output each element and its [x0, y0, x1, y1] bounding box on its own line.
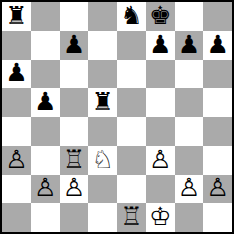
square-d2[interactable] — [88, 175, 117, 204]
square-h8[interactable] — [203, 2, 232, 31]
square-f2[interactable] — [146, 175, 175, 204]
square-g5[interactable] — [175, 88, 204, 117]
square-e7[interactable] — [117, 31, 146, 60]
square-e3[interactable] — [117, 146, 146, 175]
square-c8[interactable] — [60, 2, 89, 31]
square-d6[interactable] — [88, 60, 117, 89]
piece-br: ♜ — [5, 3, 27, 28]
square-f8[interactable]: ♚ — [146, 2, 175, 31]
piece-bp: ♟ — [178, 32, 200, 57]
square-g7[interactable]: ♟ — [175, 31, 204, 60]
piece-wr: ♖ — [63, 147, 85, 172]
piece-br: ♜ — [91, 89, 113, 114]
piece-bp: ♟ — [5, 60, 27, 85]
square-e5[interactable] — [117, 88, 146, 117]
square-f1[interactable]: ♔ — [146, 203, 175, 232]
square-a3[interactable]: ♙ — [2, 146, 31, 175]
square-b5[interactable]: ♟ — [31, 88, 60, 117]
square-d1[interactable] — [88, 203, 117, 232]
square-h7[interactable]: ♟ — [203, 31, 232, 60]
square-h3[interactable] — [203, 146, 232, 175]
square-h4[interactable] — [203, 117, 232, 146]
square-b3[interactable] — [31, 146, 60, 175]
chessboard: ♜♞♚♟♟♟♟♟♟♜♙♖♘♙♙♙♙♙♖♔ — [0, 0, 234, 234]
square-f5[interactable] — [146, 88, 175, 117]
square-a4[interactable] — [2, 117, 31, 146]
square-g4[interactable] — [175, 117, 204, 146]
piece-wn: ♘ — [91, 147, 113, 172]
square-h6[interactable] — [203, 60, 232, 89]
square-g8[interactable] — [175, 2, 204, 31]
square-c6[interactable] — [60, 60, 89, 89]
piece-wp: ♙ — [206, 175, 228, 200]
square-c2[interactable]: ♙ — [60, 175, 89, 204]
piece-bp: ♟ — [206, 32, 228, 57]
square-c5[interactable] — [60, 88, 89, 117]
piece-bn: ♞ — [120, 3, 142, 28]
piece-bp: ♟ — [63, 32, 85, 57]
board-grid: ♜♞♚♟♟♟♟♟♟♜♙♖♘♙♙♙♙♙♖♔ — [2, 2, 232, 232]
piece-wr: ♖ — [120, 204, 142, 229]
square-d5[interactable]: ♜ — [88, 88, 117, 117]
square-b1[interactable] — [31, 203, 60, 232]
square-c7[interactable]: ♟ — [60, 31, 89, 60]
square-g2[interactable]: ♙ — [175, 175, 204, 204]
square-e8[interactable]: ♞ — [117, 2, 146, 31]
square-e1[interactable]: ♖ — [117, 203, 146, 232]
piece-wk: ♔ — [149, 204, 171, 229]
square-g3[interactable] — [175, 146, 204, 175]
piece-wp: ♙ — [5, 147, 27, 172]
square-b6[interactable] — [31, 60, 60, 89]
square-a5[interactable] — [2, 88, 31, 117]
square-g6[interactable] — [175, 60, 204, 89]
square-d8[interactable] — [88, 2, 117, 31]
square-h2[interactable]: ♙ — [203, 175, 232, 204]
square-d3[interactable]: ♘ — [88, 146, 117, 175]
piece-wp: ♙ — [178, 175, 200, 200]
square-a2[interactable] — [2, 175, 31, 204]
square-b4[interactable] — [31, 117, 60, 146]
piece-bp: ♟ — [34, 89, 56, 114]
square-c3[interactable]: ♖ — [60, 146, 89, 175]
square-h5[interactable] — [203, 88, 232, 117]
square-d7[interactable] — [88, 31, 117, 60]
piece-bk: ♚ — [149, 3, 171, 28]
square-c4[interactable] — [60, 117, 89, 146]
square-a8[interactable]: ♜ — [2, 2, 31, 31]
square-f7[interactable]: ♟ — [146, 31, 175, 60]
square-b7[interactable] — [31, 31, 60, 60]
piece-wp: ♙ — [34, 175, 56, 200]
square-f3[interactable]: ♙ — [146, 146, 175, 175]
square-e6[interactable] — [117, 60, 146, 89]
square-g1[interactable] — [175, 203, 204, 232]
square-b8[interactable] — [31, 2, 60, 31]
piece-wp: ♙ — [149, 147, 171, 172]
square-d4[interactable] — [88, 117, 117, 146]
square-b2[interactable]: ♙ — [31, 175, 60, 204]
piece-wp: ♙ — [63, 175, 85, 200]
square-c1[interactable] — [60, 203, 89, 232]
square-f6[interactable] — [146, 60, 175, 89]
square-a6[interactable]: ♟ — [2, 60, 31, 89]
piece-bp: ♟ — [149, 32, 171, 57]
square-e4[interactable] — [117, 117, 146, 146]
square-a7[interactable] — [2, 31, 31, 60]
square-h1[interactable] — [203, 203, 232, 232]
square-a1[interactable] — [2, 203, 31, 232]
square-f4[interactable] — [146, 117, 175, 146]
square-e2[interactable] — [117, 175, 146, 204]
